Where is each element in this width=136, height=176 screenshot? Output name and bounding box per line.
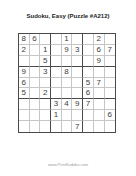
sudoku-cell-r9c1[interactable]	[19, 121, 30, 132]
sudoku-cell-r6c4[interactable]	[51, 88, 62, 99]
sudoku-cell-r2c4[interactable]	[51, 45, 62, 56]
sudoku-cell-r3c3[interactable]: 5	[40, 56, 51, 67]
sudoku-cell-r7c5[interactable]: 4	[62, 99, 73, 110]
sudoku-cell-r4c5[interactable]: 8	[62, 67, 73, 78]
sudoku-cell-r3c2[interactable]	[30, 56, 41, 67]
sudoku-cell-r2c6[interactable]: 3	[72, 45, 83, 56]
sudoku-cell-r3c9[interactable]	[105, 56, 116, 67]
sudoku-cell-r8c9[interactable]: 6	[105, 110, 116, 121]
sudoku-cell-r2c5[interactable]: 9	[62, 45, 73, 56]
sudoku-cell-r7c1[interactable]	[19, 99, 30, 110]
sudoku-cell-r4c9[interactable]	[105, 67, 116, 78]
sudoku-cell-r2c8[interactable]: 6	[94, 45, 105, 56]
sudoku-cell-r4c2[interactable]	[30, 67, 41, 78]
sudoku-cell-r8c8[interactable]	[94, 110, 105, 121]
sudoku-cell-r7c7[interactable]: 7	[83, 99, 94, 110]
sudoku-cell-r8c5[interactable]	[62, 110, 73, 121]
sudoku-cell-r9c3[interactable]	[40, 121, 51, 132]
sudoku-cell-r1c4[interactable]	[51, 34, 62, 45]
sudoku-cell-r1c1[interactable]: 8	[19, 34, 30, 45]
sudoku-cell-r8c1[interactable]	[19, 110, 30, 121]
sudoku-cell-r2c1[interactable]: 2	[19, 45, 30, 56]
sudoku-cell-r7c9[interactable]	[105, 99, 116, 110]
sudoku-cell-r5c7[interactable]: 5	[83, 78, 94, 89]
sudoku-cell-r4c3[interactable]: 3	[40, 67, 51, 78]
sudoku-cell-r4c4[interactable]	[51, 67, 62, 78]
sudoku-cell-r6c5[interactable]	[62, 88, 73, 99]
sudoku-cell-r8c4[interactable]: 1	[51, 110, 62, 121]
sudoku-cell-r1c8[interactable]: 2	[94, 34, 105, 45]
sudoku-cell-r6c6[interactable]	[72, 88, 83, 99]
sudoku-cell-r4c7[interactable]	[83, 67, 94, 78]
sudoku-cell-r9c9[interactable]	[105, 121, 116, 132]
sudoku-cell-r7c8[interactable]	[94, 99, 105, 110]
sudoku-cell-r8c6[interactable]	[72, 110, 83, 121]
sudoku-cell-r5c2[interactable]	[30, 78, 41, 89]
sudoku-cell-r2c3[interactable]: 1	[40, 45, 51, 56]
sudoku-cell-r1c3[interactable]	[40, 34, 51, 45]
sudoku-cell-r5c5[interactable]	[62, 78, 73, 89]
sudoku-cell-r6c3[interactable]: 2	[40, 88, 51, 99]
sudoku-cell-r5c6[interactable]	[72, 78, 83, 89]
sudoku-cell-r6c2[interactable]	[30, 88, 41, 99]
sudoku-cell-r9c4[interactable]	[51, 121, 62, 132]
footer-url: www.PrintSudoku.com	[0, 162, 136, 167]
sudoku-cell-r5c3[interactable]	[40, 78, 51, 89]
sudoku-cell-r1c2[interactable]: 6	[30, 34, 41, 45]
sudoku-cell-r3c4[interactable]	[51, 56, 62, 67]
sudoku-cell-r3c5[interactable]	[62, 56, 73, 67]
sudoku-cell-r7c3[interactable]	[40, 99, 51, 110]
sudoku-cell-r4c6[interactable]	[72, 67, 83, 78]
sudoku-cell-r4c8[interactable]	[94, 67, 105, 78]
sudoku-cell-r3c1[interactable]	[19, 56, 30, 67]
sudoku-page: Sudoku, Easy (Puzzle #A212) 861221936759…	[0, 0, 136, 176]
sudoku-cell-r5c9[interactable]	[105, 78, 116, 89]
sudoku-board: 8612219367599386575263497167	[18, 33, 116, 133]
sudoku-cell-r5c4[interactable]	[51, 78, 62, 89]
sudoku-cell-r3c6[interactable]	[72, 56, 83, 67]
sudoku-cell-r9c2[interactable]	[30, 121, 41, 132]
sudoku-cell-r7c6[interactable]: 9	[72, 99, 83, 110]
sudoku-cell-r1c9[interactable]	[105, 34, 116, 45]
sudoku-cell-r2c2[interactable]	[30, 45, 41, 56]
sudoku-cell-r7c2[interactable]	[30, 99, 41, 110]
page-title: Sudoku, Easy (Puzzle #A212)	[0, 13, 136, 19]
sudoku-cell-r7c4[interactable]: 3	[51, 99, 62, 110]
sudoku-cell-r2c9[interactable]: 7	[105, 45, 116, 56]
sudoku-cell-r6c1[interactable]: 5	[19, 88, 30, 99]
sudoku-cell-r1c6[interactable]	[72, 34, 83, 45]
sudoku-cell-r6c7[interactable]: 6	[83, 88, 94, 99]
sudoku-cell-r8c3[interactable]	[40, 110, 51, 121]
sudoku-cell-r9c5[interactable]	[62, 121, 73, 132]
sudoku-cell-r6c8[interactable]	[94, 88, 105, 99]
sudoku-cell-r9c6[interactable]: 7	[72, 121, 83, 132]
sudoku-cell-r9c7[interactable]	[83, 121, 94, 132]
sudoku-cell-r5c8[interactable]: 7	[94, 78, 105, 89]
sudoku-cell-r8c2[interactable]	[30, 110, 41, 121]
sudoku-cell-r6c9[interactable]	[105, 88, 116, 99]
sudoku-cell-r5c1[interactable]: 6	[19, 78, 30, 89]
sudoku-cell-r4c1[interactable]: 9	[19, 67, 30, 78]
sudoku-cell-r1c7[interactable]	[83, 34, 94, 45]
sudoku-cell-r1c5[interactable]: 1	[62, 34, 73, 45]
sudoku-cell-r2c7[interactable]	[83, 45, 94, 56]
sudoku-cell-r8c7[interactable]	[83, 110, 94, 121]
sudoku-cell-r3c7[interactable]	[83, 56, 94, 67]
sudoku-cell-r9c8[interactable]	[94, 121, 105, 132]
sudoku-cell-r3c8[interactable]: 9	[94, 56, 105, 67]
